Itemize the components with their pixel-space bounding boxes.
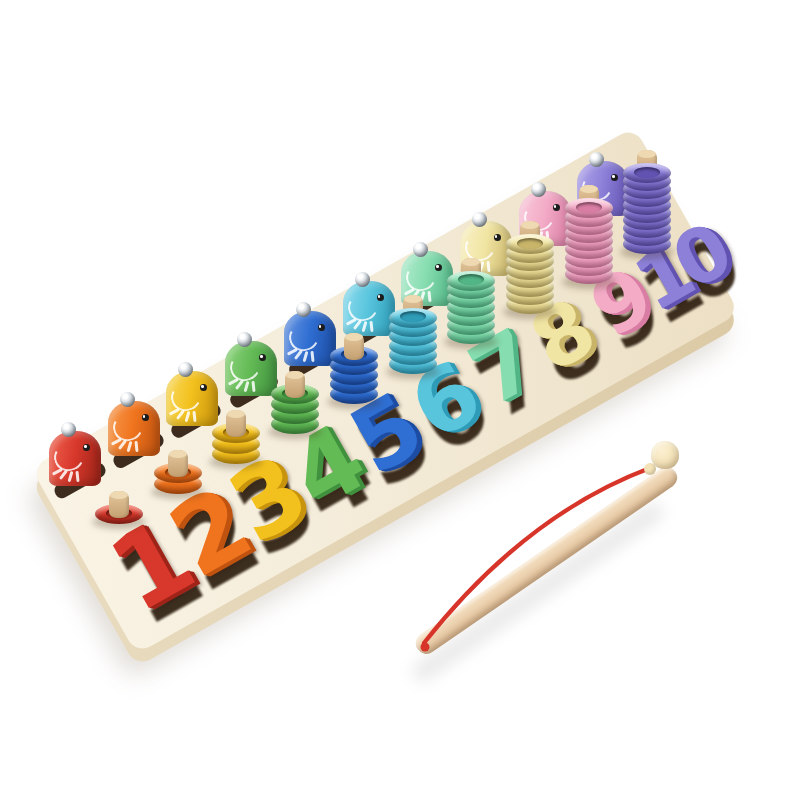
fish-magnet-ball-icon	[355, 272, 370, 287]
fish-magnet-ball-icon	[531, 182, 546, 197]
ring-stack-3[interactable]	[212, 423, 260, 464]
fish-eye-icon	[83, 444, 90, 451]
fish-eye-icon	[318, 324, 325, 331]
fish-magnet-ball-icon	[61, 422, 76, 437]
ring-stack-9[interactable]	[565, 198, 613, 284]
fish-eye-icon	[494, 234, 501, 241]
ring-stack-7[interactable]	[447, 271, 495, 344]
ring-stack-8[interactable]	[506, 234, 554, 314]
ring-stack-5[interactable]	[330, 346, 378, 404]
wooden-peg	[226, 410, 246, 437]
fish-magnet-ball-icon	[237, 332, 252, 347]
fish-fin-line	[369, 321, 373, 332]
fish-orange[interactable]	[108, 392, 160, 456]
fish-green[interactable]	[225, 332, 277, 396]
ring-stack-1[interactable]	[95, 504, 143, 524]
ring-hole	[458, 274, 484, 285]
ring-sky-blue[interactable]	[389, 308, 437, 328]
fish-yellow[interactable]	[166, 362, 218, 426]
fish-red[interactable]	[49, 422, 101, 486]
fish-blue[interactable]	[284, 302, 336, 366]
fish-sky-blue[interactable]	[343, 272, 395, 336]
ring-stack-6[interactable]	[389, 308, 437, 374]
ring-cream-yellow[interactable]	[506, 234, 554, 254]
wooden-peg	[109, 491, 129, 518]
fish-magnet-ball-icon	[120, 392, 135, 407]
wooden-peg	[344, 333, 364, 360]
ring-hole	[576, 202, 602, 213]
ring-stack-2[interactable]	[154, 463, 202, 494]
fish-eye-icon	[377, 294, 384, 301]
fish-magnet-ball-icon	[296, 302, 311, 317]
wooden-peg	[285, 371, 305, 398]
ring-hole	[634, 167, 660, 178]
ring-hole	[517, 238, 543, 249]
ring-stack-10[interactable]	[623, 163, 671, 254]
ring-mint[interactable]	[447, 271, 495, 291]
ring-stack-4[interactable]	[271, 384, 319, 434]
product-photo-fishing-counting-board: 1122334455667788991010	[0, 0, 800, 800]
fish-magnet-ball-icon	[472, 212, 487, 227]
rod-magnet-knob[interactable]	[651, 441, 679, 469]
rod-shadow	[409, 499, 666, 684]
ring-hole	[400, 311, 426, 322]
fish-eye-icon	[142, 414, 149, 421]
fish-eye-icon	[553, 204, 560, 211]
wooden-peg	[168, 450, 188, 477]
